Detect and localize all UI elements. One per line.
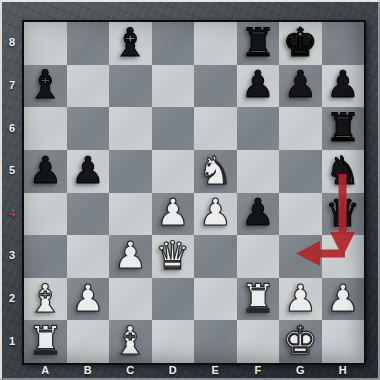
white-pawn-c3[interactable]: ♟ — [114, 237, 147, 274]
chess-screenshot: ♝♜♚♝♟♟♟♜♟♟♞♞♟♟♟♛♟♛♝♟♜♟♟♜♝♚ 87654321 ABCD… — [0, 0, 380, 380]
square-d3[interactable]: ♛ — [152, 235, 195, 278]
square-d4[interactable]: ♟ — [152, 193, 195, 236]
square-a3[interactable] — [24, 235, 67, 278]
square-h3[interactable] — [322, 235, 365, 278]
square-g1[interactable]: ♚ — [279, 320, 322, 363]
rank-label-5: 5 — [2, 164, 22, 176]
square-c4[interactable] — [109, 193, 152, 236]
square-a2[interactable]: ♝ — [24, 278, 67, 321]
black-rook-f8[interactable]: ♜ — [240, 23, 275, 62]
square-c8[interactable]: ♝ — [109, 22, 152, 65]
square-d8[interactable] — [152, 22, 195, 65]
white-pawn-e4[interactable]: ♟ — [199, 194, 232, 231]
square-f8[interactable]: ♜ — [237, 22, 280, 65]
black-pawn-f7[interactable]: ♟ — [241, 66, 274, 103]
square-f3[interactable] — [237, 235, 280, 278]
rank-label-8: 8 — [2, 36, 22, 48]
square-f7[interactable]: ♟ — [237, 65, 280, 108]
square-b8[interactable] — [67, 22, 110, 65]
square-f5[interactable] — [237, 150, 280, 193]
rank-label-3: 3 — [2, 249, 22, 261]
square-a1[interactable]: ♜ — [24, 320, 67, 363]
square-f1[interactable] — [237, 320, 280, 363]
file-label-h: H — [332, 364, 354, 376]
square-a6[interactable] — [24, 107, 67, 150]
square-b1[interactable] — [67, 320, 110, 363]
rank-label-6: 6 — [2, 122, 22, 134]
black-bishop-c8[interactable]: ♝ — [113, 23, 148, 62]
square-d7[interactable] — [152, 65, 195, 108]
square-e8[interactable] — [194, 22, 237, 65]
square-h6[interactable]: ♜ — [322, 107, 365, 150]
square-e3[interactable] — [194, 235, 237, 278]
square-c6[interactable] — [109, 107, 152, 150]
square-g3[interactable] — [279, 235, 322, 278]
square-e7[interactable] — [194, 65, 237, 108]
square-g6[interactable] — [279, 107, 322, 150]
file-label-b: B — [77, 364, 99, 376]
black-king-g8[interactable]: ♚ — [283, 23, 318, 62]
white-pawn-d4[interactable]: ♟ — [156, 194, 189, 231]
square-h7[interactable]: ♟ — [322, 65, 365, 108]
square-g4[interactable] — [279, 193, 322, 236]
square-a8[interactable] — [24, 22, 67, 65]
square-d1[interactable] — [152, 320, 195, 363]
square-b6[interactable] — [67, 107, 110, 150]
square-g2[interactable]: ♟ — [279, 278, 322, 321]
black-rook-h6[interactable]: ♜ — [325, 108, 360, 147]
square-c2[interactable] — [109, 278, 152, 321]
black-pawn-a5[interactable]: ♟ — [29, 152, 62, 189]
black-bishop-a7[interactable]: ♝ — [28, 65, 63, 104]
square-b4[interactable] — [67, 193, 110, 236]
file-label-f: F — [247, 364, 269, 376]
square-h5[interactable]: ♞ — [322, 150, 365, 193]
black-pawn-h7[interactable]: ♟ — [326, 66, 359, 103]
square-a5[interactable]: ♟ — [24, 150, 67, 193]
square-d2[interactable] — [152, 278, 195, 321]
square-f6[interactable] — [237, 107, 280, 150]
square-b3[interactable] — [67, 235, 110, 278]
square-h1[interactable] — [322, 320, 365, 363]
square-e4[interactable]: ♟ — [194, 193, 237, 236]
square-g8[interactable]: ♚ — [279, 22, 322, 65]
white-rook-a1[interactable]: ♜ — [28, 321, 63, 360]
white-bishop-a2[interactable]: ♝ — [28, 279, 63, 318]
square-h2[interactable]: ♟ — [322, 278, 365, 321]
black-knight-h5[interactable]: ♞ — [325, 151, 360, 190]
white-bishop-c1[interactable]: ♝ — [113, 321, 148, 360]
square-c7[interactable] — [109, 65, 152, 108]
black-pawn-g7[interactable]: ♟ — [284, 66, 317, 103]
square-e2[interactable] — [194, 278, 237, 321]
rank-label-2: 2 — [2, 292, 22, 304]
black-pawn-b5[interactable]: ♟ — [71, 152, 104, 189]
white-knight-e5[interactable]: ♞ — [198, 151, 233, 190]
square-c3[interactable]: ♟ — [109, 235, 152, 278]
square-a7[interactable]: ♝ — [24, 65, 67, 108]
square-b2[interactable]: ♟ — [67, 278, 110, 321]
file-label-g: G — [289, 364, 311, 376]
square-b5[interactable]: ♟ — [67, 150, 110, 193]
white-pawn-b2[interactable]: ♟ — [71, 280, 104, 317]
rank-label-1: 1 — [2, 335, 22, 347]
square-f2[interactable]: ♜ — [237, 278, 280, 321]
square-e5[interactable]: ♞ — [194, 150, 237, 193]
white-queen-d3[interactable]: ♛ — [155, 236, 190, 275]
white-pawn-g2[interactable]: ♟ — [284, 280, 317, 317]
square-f4[interactable]: ♟ — [237, 193, 280, 236]
file-label-d: D — [162, 364, 184, 376]
black-pawn-f4[interactable]: ♟ — [241, 194, 274, 231]
file-label-c: C — [119, 364, 141, 376]
square-e6[interactable] — [194, 107, 237, 150]
square-c5[interactable] — [109, 150, 152, 193]
file-label-a: A — [34, 364, 56, 376]
square-d6[interactable] — [152, 107, 195, 150]
white-rook-f2[interactable]: ♜ — [240, 279, 275, 318]
board-grid: ♝♜♚♝♟♟♟♜♟♟♞♞♟♟♟♛♟♛♝♟♜♟♟♜♝♚ — [24, 22, 364, 363]
rank-label-7: 7 — [2, 79, 22, 91]
square-h8[interactable] — [322, 22, 365, 65]
white-pawn-h2[interactable]: ♟ — [326, 280, 359, 317]
square-e1[interactable] — [194, 320, 237, 363]
file-label-e: E — [204, 364, 226, 376]
square-h4[interactable]: ♛ — [322, 193, 365, 236]
black-queen-h4[interactable]: ♛ — [325, 193, 360, 232]
square-g5[interactable] — [279, 150, 322, 193]
chess-board: ♝♜♚♝♟♟♟♜♟♟♞♞♟♟♟♛♟♛♝♟♜♟♟♜♝♚ — [22, 20, 366, 365]
rank-label-4: 4 — [2, 207, 22, 219]
square-d5[interactable] — [152, 150, 195, 193]
square-c1[interactable]: ♝ — [109, 320, 152, 363]
square-a4[interactable] — [24, 193, 67, 236]
square-g7[interactable]: ♟ — [279, 65, 322, 108]
white-king-g1[interactable]: ♚ — [283, 321, 318, 360]
square-b7[interactable] — [67, 65, 110, 108]
